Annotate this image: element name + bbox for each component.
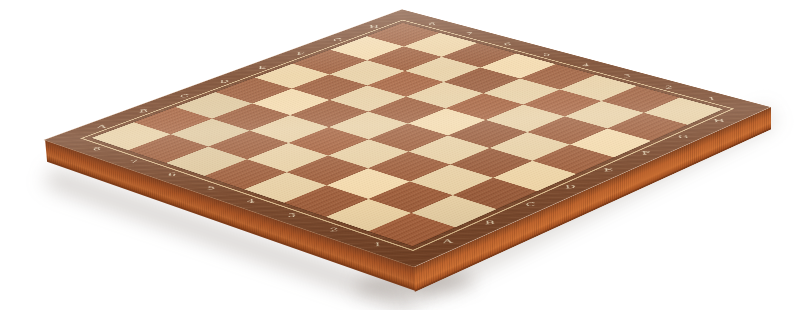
rank-label-right-3: 3 <box>623 74 631 78</box>
chessboard: AABBCCDDEEFFGGHH8877665544332211 <box>44 9 772 267</box>
square-c1[interactable] <box>453 178 537 209</box>
square-a7[interactable] <box>128 134 208 163</box>
file-label-near-g: G <box>678 134 689 139</box>
file-label-far-b: B <box>139 109 148 113</box>
square-f2[interactable] <box>528 116 608 144</box>
rank-label-left-7: 7 <box>129 159 138 164</box>
file-label-near-b: B <box>485 220 495 225</box>
square-e2[interactable] <box>490 132 571 161</box>
file-label-near-d: D <box>565 184 576 189</box>
rank-label-left-1: 1 <box>373 242 382 248</box>
file-label-far-a: A <box>97 124 107 129</box>
file-label-far-f: F <box>297 51 305 55</box>
rank-label-left-3: 3 <box>288 213 296 218</box>
rank-label-left-4: 4 <box>247 199 256 204</box>
square-b1[interactable] <box>411 195 496 227</box>
square-d3[interactable] <box>409 136 490 165</box>
square-a5[interactable] <box>204 159 286 189</box>
file-label-far-e: E <box>258 65 267 69</box>
rank-label-right-6: 6 <box>503 42 511 46</box>
square-a3[interactable] <box>284 185 368 216</box>
square-c5[interactable] <box>288 127 368 155</box>
page-background: AABBCCDDEEFFGGHH8877665544332211 <box>0 0 800 310</box>
board-top-face: AABBCCDDEEFFGGHH8877665544332211 <box>44 9 772 267</box>
square-b6[interactable] <box>208 131 288 160</box>
board-tilt-wrapper: AABBCCDDEEFFGGHH8877665544332211 <box>0 0 800 310</box>
rank-label-right-1: 1 <box>707 96 716 100</box>
file-label-near-c: C <box>525 202 536 207</box>
file-label-near-a: A <box>443 238 453 244</box>
file-label-far-d: D <box>219 79 229 83</box>
square-c4[interactable] <box>328 139 409 168</box>
square-a6[interactable] <box>166 147 247 176</box>
file-label-far-g: G <box>333 38 342 42</box>
square-a1[interactable] <box>369 213 455 246</box>
rank-label-right-2: 2 <box>665 85 674 89</box>
rank-label-right-7: 7 <box>465 32 472 36</box>
file-label-near-f: F <box>642 150 652 155</box>
rank-label-left-2: 2 <box>330 227 338 232</box>
square-b5[interactable] <box>247 143 328 172</box>
square-e3[interactable] <box>448 120 528 148</box>
square-b3[interactable] <box>327 168 410 199</box>
square-b4[interactable] <box>286 156 368 186</box>
square-d4[interactable] <box>368 124 448 152</box>
rank-label-right-5: 5 <box>542 52 550 56</box>
rank-label-left-5: 5 <box>207 185 216 190</box>
square-c3[interactable] <box>368 152 450 182</box>
square-b2[interactable] <box>369 182 453 213</box>
square-a2[interactable] <box>326 199 411 231</box>
square-a4[interactable] <box>244 172 327 203</box>
rank-label-left-8: 8 <box>92 147 101 152</box>
rank-label-right-8: 8 <box>428 22 435 26</box>
file-label-near-e: E <box>604 167 614 172</box>
file-label-far-c: C <box>179 94 188 98</box>
square-f1[interactable] <box>570 128 651 157</box>
square-e1[interactable] <box>532 145 614 175</box>
board-field <box>92 23 724 246</box>
file-label-far-h: H <box>369 25 379 29</box>
rank-label-right-4: 4 <box>582 63 590 67</box>
square-c2[interactable] <box>410 165 493 196</box>
square-d1[interactable] <box>493 161 576 191</box>
square-d2[interactable] <box>450 148 532 178</box>
file-label-near-h: H <box>713 118 725 123</box>
rank-label-left-6: 6 <box>167 172 176 177</box>
board-scene: AABBCCDDEEFFGGHH8877665544332211 <box>0 0 800 310</box>
square-g1[interactable] <box>608 113 688 141</box>
